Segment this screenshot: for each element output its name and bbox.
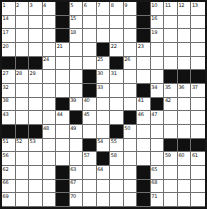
white-cell[interactable]: 39: [70, 98, 84, 112]
black-cell: [137, 29, 151, 43]
white-cell[interactable]: [178, 98, 192, 112]
white-cell[interactable]: 45: [83, 111, 97, 125]
white-cell[interactable]: [56, 125, 70, 139]
white-cell[interactable]: [83, 180, 97, 194]
white-cell[interactable]: 65: [151, 166, 165, 180]
white-cell[interactable]: [43, 139, 57, 153]
clue-number: 38: [2, 98, 8, 104]
white-cell[interactable]: 55: [110, 139, 124, 153]
white-cell[interactable]: 29: [29, 70, 43, 84]
white-cell[interactable]: [124, 139, 138, 153]
white-cell[interactable]: [124, 166, 138, 180]
white-cell[interactable]: [151, 70, 165, 84]
white-cell[interactable]: [83, 29, 97, 43]
white-cell[interactable]: 20: [2, 43, 16, 57]
white-cell[interactable]: [137, 70, 151, 84]
white-cell[interactable]: [97, 98, 111, 112]
clue-number: 2: [16, 2, 19, 8]
clue-number: 23: [137, 43, 143, 49]
crossword-grid: 1234567891011121314151617181920212223242…: [0, 0, 207, 209]
white-cell[interactable]: [97, 125, 111, 139]
white-cell[interactable]: [83, 125, 97, 139]
clue-number: 7: [97, 2, 100, 8]
white-cell[interactable]: 62: [2, 166, 16, 180]
clue-number: 25: [97, 57, 103, 63]
white-cell[interactable]: [29, 193, 43, 207]
black-cell: [178, 70, 192, 84]
white-cell[interactable]: [70, 57, 84, 71]
white-cell[interactable]: 63: [70, 166, 84, 180]
clue-number: 9: [124, 2, 127, 8]
white-cell[interactable]: [191, 16, 205, 30]
clue-number: 26: [124, 57, 130, 63]
white-cell[interactable]: [97, 16, 111, 30]
white-cell[interactable]: [16, 84, 30, 98]
black-cell: [2, 57, 16, 71]
white-cell[interactable]: [56, 57, 70, 71]
clue-number: 68: [151, 180, 157, 186]
white-cell[interactable]: [178, 16, 192, 30]
white-cell[interactable]: [29, 98, 43, 112]
white-cell[interactable]: [178, 57, 192, 71]
white-cell[interactable]: [43, 16, 57, 30]
clue-number: 67: [70, 180, 76, 186]
white-cell[interactable]: [83, 193, 97, 207]
clue-number: 36: [178, 84, 184, 90]
white-cell[interactable]: 59: [164, 152, 178, 166]
white-cell[interactable]: [16, 180, 30, 194]
white-cell[interactable]: [137, 139, 151, 153]
white-cell[interactable]: 32: [2, 84, 16, 98]
black-cell: [2, 125, 16, 139]
white-cell[interactable]: 15: [70, 16, 84, 30]
white-cell[interactable]: 8: [110, 2, 124, 16]
white-cell[interactable]: 38: [2, 98, 16, 112]
clue-number: 34: [151, 84, 157, 90]
black-cell: [83, 70, 97, 84]
white-cell[interactable]: 40: [83, 98, 97, 112]
black-cell: [83, 139, 97, 153]
clue-number: 49: [70, 125, 76, 131]
white-cell[interactable]: 43: [2, 111, 16, 125]
white-cell[interactable]: 44: [56, 111, 70, 125]
clue-number: 3: [29, 2, 32, 8]
white-cell[interactable]: [151, 43, 165, 57]
clue-number: 24: [43, 57, 49, 63]
white-cell[interactable]: 57: [83, 152, 97, 166]
clue-number: 28: [16, 70, 22, 76]
clue-number: 35: [164, 84, 170, 90]
white-cell[interactable]: [124, 43, 138, 57]
white-cell[interactable]: [70, 139, 84, 153]
clue-number: 43: [2, 111, 8, 117]
black-cell: [137, 180, 151, 194]
white-cell[interactable]: [43, 84, 57, 98]
white-cell[interactable]: 6: [83, 2, 97, 16]
white-cell[interactable]: 64: [97, 166, 111, 180]
white-cell[interactable]: [110, 111, 124, 125]
white-cell[interactable]: [164, 111, 178, 125]
black-cell: [97, 43, 111, 57]
white-cell[interactable]: [56, 70, 70, 84]
white-cell[interactable]: 36: [178, 84, 192, 98]
white-cell[interactable]: [29, 180, 43, 194]
white-cell[interactable]: [110, 16, 124, 30]
white-cell[interactable]: 34: [151, 84, 165, 98]
clue-number: 44: [56, 111, 62, 117]
clue-number: 55: [110, 139, 116, 145]
white-cell[interactable]: [16, 152, 30, 166]
clue-number: 59: [164, 152, 170, 158]
white-cell[interactable]: [43, 180, 57, 194]
black-cell: [164, 139, 178, 153]
clue-number: 16: [151, 16, 157, 22]
white-cell[interactable]: 21: [56, 43, 70, 57]
white-cell[interactable]: [16, 98, 30, 112]
black-cell: [16, 57, 30, 71]
white-cell[interactable]: [191, 57, 205, 71]
white-cell[interactable]: 49: [70, 125, 84, 139]
white-cell[interactable]: 33: [97, 84, 111, 98]
white-cell[interactable]: [191, 193, 205, 207]
white-cell[interactable]: [191, 125, 205, 139]
clue-number: 54: [97, 139, 103, 145]
clue-number: 30: [97, 70, 103, 76]
white-cell[interactable]: 51: [2, 139, 16, 153]
white-cell[interactable]: [110, 193, 124, 207]
clue-number: 42: [164, 98, 170, 104]
white-cell[interactable]: [97, 111, 111, 125]
clue-number: 56: [2, 152, 8, 158]
white-cell[interactable]: [83, 43, 97, 57]
clue-number: 18: [70, 29, 76, 35]
clue-number: 37: [191, 84, 197, 90]
clue-number: 14: [2, 16, 8, 22]
black-cell: [56, 29, 70, 43]
white-cell[interactable]: [151, 125, 165, 139]
white-cell[interactable]: [29, 111, 43, 125]
white-cell[interactable]: [191, 111, 205, 125]
white-cell[interactable]: [43, 29, 57, 43]
white-cell[interactable]: [43, 152, 57, 166]
black-cell: [191, 70, 205, 84]
clue-number: 69: [2, 193, 8, 199]
white-cell[interactable]: [29, 29, 43, 43]
clue-number: 1: [2, 2, 5, 8]
clue-number: 61: [191, 152, 197, 158]
clue-number: 66: [2, 180, 8, 186]
white-cell[interactable]: [137, 152, 151, 166]
clue-number: 46: [137, 111, 143, 117]
white-cell[interactable]: 17: [2, 29, 16, 43]
black-cell: [56, 166, 70, 180]
white-cell[interactable]: 12: [178, 2, 192, 16]
white-cell[interactable]: 67: [70, 180, 84, 194]
white-cell[interactable]: 11: [164, 2, 178, 16]
white-cell[interactable]: 4: [43, 2, 57, 16]
white-cell[interactable]: [164, 166, 178, 180]
white-cell[interactable]: 47: [151, 111, 165, 125]
white-cell[interactable]: 68: [151, 180, 165, 194]
white-cell[interactable]: 9: [124, 2, 138, 16]
white-cell[interactable]: 7: [97, 2, 111, 16]
white-cell[interactable]: 1: [2, 2, 16, 16]
white-cell[interactable]: 60: [178, 152, 192, 166]
white-cell[interactable]: [97, 180, 111, 194]
white-cell[interactable]: [151, 57, 165, 71]
black-cell: [137, 16, 151, 30]
clue-number: 31: [110, 70, 116, 76]
black-cell: [29, 57, 43, 71]
clue-number: 70: [70, 193, 76, 199]
white-cell[interactable]: [124, 180, 138, 194]
white-cell[interactable]: 53: [29, 139, 43, 153]
white-cell[interactable]: 35: [164, 84, 178, 98]
white-cell[interactable]: 41: [137, 98, 151, 112]
clue-number: 10: [151, 2, 157, 8]
white-cell[interactable]: [178, 180, 192, 194]
white-cell[interactable]: [151, 139, 165, 153]
clue-number: 51: [2, 139, 8, 145]
white-cell[interactable]: [110, 98, 124, 112]
white-cell[interactable]: 52: [16, 139, 30, 153]
white-cell[interactable]: [191, 43, 205, 57]
clue-number: 17: [2, 29, 8, 35]
white-cell[interactable]: 16: [151, 16, 165, 30]
white-cell[interactable]: [124, 29, 138, 43]
clue-number: 53: [29, 139, 35, 145]
white-cell[interactable]: 42: [164, 98, 178, 112]
clue-number: 41: [137, 98, 143, 104]
clue-number: 50: [124, 125, 130, 131]
clue-number: 15: [70, 16, 76, 22]
white-cell[interactable]: [191, 166, 205, 180]
white-cell[interactable]: [16, 16, 30, 30]
white-cell[interactable]: [178, 111, 192, 125]
black-cell: [164, 70, 178, 84]
clue-number: 57: [83, 152, 89, 158]
white-cell[interactable]: 56: [2, 152, 16, 166]
white-cell[interactable]: [16, 111, 30, 125]
white-cell[interactable]: 3: [29, 2, 43, 16]
white-cell[interactable]: [56, 152, 70, 166]
white-cell[interactable]: [43, 166, 57, 180]
white-cell[interactable]: [16, 43, 30, 57]
white-cell[interactable]: [124, 84, 138, 98]
white-cell[interactable]: 31: [110, 70, 124, 84]
white-cell[interactable]: [137, 57, 151, 71]
white-cell[interactable]: [178, 29, 192, 43]
white-cell[interactable]: 5: [70, 2, 84, 16]
black-cell: [56, 180, 70, 194]
clue-number: 22: [110, 43, 116, 49]
black-cell: [97, 152, 111, 166]
white-cell[interactable]: [29, 43, 43, 57]
clue-number: 58: [110, 152, 116, 158]
clue-number: 33: [97, 84, 103, 90]
white-cell[interactable]: [191, 29, 205, 43]
black-cell: [110, 57, 124, 71]
white-cell[interactable]: 54: [97, 139, 111, 153]
clue-number: 71: [151, 193, 157, 199]
clue-number: 8: [110, 2, 113, 8]
clue-number: 4: [43, 2, 46, 8]
white-cell[interactable]: [110, 84, 124, 98]
white-cell[interactable]: 10: [151, 2, 165, 16]
white-cell[interactable]: 30: [97, 70, 111, 84]
clue-number: 52: [16, 139, 22, 145]
white-cell[interactable]: [43, 193, 57, 207]
white-cell[interactable]: 66: [2, 180, 16, 194]
white-cell[interactable]: [29, 16, 43, 30]
white-cell[interactable]: [43, 111, 57, 125]
black-cell: [137, 2, 151, 16]
white-cell[interactable]: [164, 29, 178, 43]
white-cell[interactable]: [164, 180, 178, 194]
clue-number: 48: [43, 125, 49, 131]
clue-number: 64: [97, 166, 103, 172]
black-cell: [137, 166, 151, 180]
black-cell: [56, 193, 70, 207]
white-cell[interactable]: 58: [110, 152, 124, 166]
clue-number: 5: [70, 2, 73, 8]
black-cell: [56, 98, 70, 112]
clue-number: 63: [70, 166, 76, 172]
white-cell[interactable]: [178, 166, 192, 180]
white-cell[interactable]: 48: [43, 125, 57, 139]
black-cell: [151, 98, 165, 112]
white-cell[interactable]: [56, 139, 70, 153]
clue-number: 32: [2, 84, 8, 90]
white-cell[interactable]: [110, 29, 124, 43]
black-cell: [70, 111, 84, 125]
white-cell[interactable]: [56, 84, 70, 98]
white-cell[interactable]: [97, 29, 111, 43]
white-cell[interactable]: [29, 166, 43, 180]
white-cell[interactable]: 18: [70, 29, 84, 43]
clue-number: 60: [178, 152, 184, 158]
white-cell[interactable]: [110, 180, 124, 194]
clue-number: 20: [2, 43, 8, 49]
black-cell: [191, 139, 205, 153]
white-cell[interactable]: 19: [151, 29, 165, 43]
white-cell[interactable]: [29, 152, 43, 166]
white-cell[interactable]: [124, 98, 138, 112]
white-cell[interactable]: [43, 70, 57, 84]
white-cell[interactable]: [70, 84, 84, 98]
clue-number: 6: [83, 2, 86, 8]
white-cell[interactable]: 61: [191, 152, 205, 166]
white-cell[interactable]: 37: [191, 84, 205, 98]
white-cell[interactable]: [178, 43, 192, 57]
white-cell[interactable]: 2: [16, 2, 30, 16]
black-cell: [56, 16, 70, 30]
clue-number: 27: [2, 70, 8, 76]
white-cell[interactable]: [83, 16, 97, 30]
black-cell: [124, 111, 138, 125]
white-cell[interactable]: [124, 70, 138, 84]
clue-number: 47: [151, 111, 157, 117]
clue-number: 40: [83, 98, 89, 104]
white-cell[interactable]: [16, 166, 30, 180]
white-cell[interactable]: 70: [70, 193, 84, 207]
white-cell[interactable]: [164, 125, 178, 139]
white-cell[interactable]: [43, 98, 57, 112]
white-cell[interactable]: [191, 98, 205, 112]
white-cell[interactable]: [70, 43, 84, 57]
white-cell[interactable]: [97, 193, 111, 207]
white-cell[interactable]: [124, 16, 138, 30]
white-cell[interactable]: [164, 193, 178, 207]
black-cell: [83, 84, 97, 98]
white-cell[interactable]: 46: [137, 111, 151, 125]
clue-number: 45: [83, 111, 89, 117]
white-cell[interactable]: [178, 193, 192, 207]
clue-number: 11: [164, 2, 170, 8]
white-cell[interactable]: [83, 166, 97, 180]
clue-number: 65: [151, 166, 157, 172]
white-cell[interactable]: 28: [16, 70, 30, 84]
black-cell: [16, 125, 30, 139]
white-cell[interactable]: [137, 125, 151, 139]
white-cell[interactable]: [164, 43, 178, 57]
white-cell[interactable]: 14: [2, 16, 16, 30]
clue-number: 19: [151, 29, 157, 35]
clue-number: 62: [2, 166, 8, 172]
white-cell[interactable]: [124, 152, 138, 166]
white-cell[interactable]: [164, 57, 178, 71]
white-cell[interactable]: [29, 84, 43, 98]
white-cell[interactable]: [70, 152, 84, 166]
white-cell[interactable]: 22: [110, 43, 124, 57]
white-cell[interactable]: [124, 193, 138, 207]
clue-number: 12: [178, 2, 184, 8]
white-cell[interactable]: 25: [97, 57, 111, 71]
white-cell[interactable]: 24: [43, 57, 57, 71]
white-cell[interactable]: 26: [124, 57, 138, 71]
white-cell[interactable]: 13: [191, 2, 205, 16]
white-cell[interactable]: 69: [2, 193, 16, 207]
white-cell[interactable]: [164, 16, 178, 30]
white-cell[interactable]: [83, 57, 97, 71]
white-cell[interactable]: [191, 180, 205, 194]
clue-number: 21: [56, 43, 62, 49]
white-cell[interactable]: 23: [137, 43, 151, 57]
white-cell[interactable]: [151, 152, 165, 166]
black-cell: [29, 125, 43, 139]
white-cell[interactable]: [110, 166, 124, 180]
clue-number: 29: [29, 70, 35, 76]
black-cell: [137, 193, 151, 207]
white-cell[interactable]: [43, 43, 57, 57]
white-cell[interactable]: 27: [2, 70, 16, 84]
black-cell: [137, 84, 151, 98]
clue-number: 13: [191, 2, 197, 8]
white-cell[interactable]: [70, 70, 84, 84]
white-cell[interactable]: 71: [151, 193, 165, 207]
black-cell: [56, 2, 70, 16]
clue-number: 39: [70, 98, 76, 104]
black-cell: [178, 139, 192, 153]
white-cell[interactable]: 50: [124, 125, 138, 139]
white-cell[interactable]: [178, 125, 192, 139]
white-cell[interactable]: [16, 193, 30, 207]
white-cell[interactable]: [16, 29, 30, 43]
black-cell: [110, 125, 124, 139]
